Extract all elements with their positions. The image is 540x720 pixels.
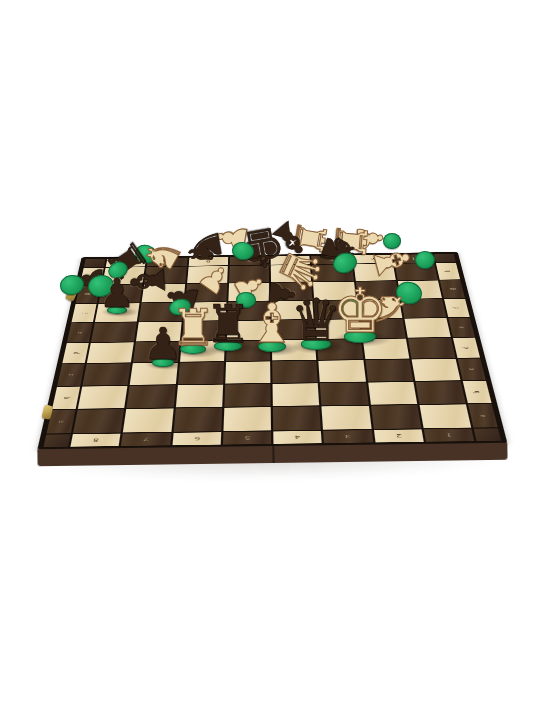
coordinate-label: 1 [424, 429, 475, 442]
board-square [227, 301, 269, 320]
board-square [177, 362, 223, 384]
board-square [82, 363, 131, 385]
border-cell: 2 [373, 429, 423, 442]
board-square [87, 342, 134, 363]
board-square [73, 409, 124, 433]
coordinate-label: 8 [106, 258, 147, 267]
board-square [273, 383, 320, 406]
board-square [322, 406, 371, 430]
board-square [226, 340, 270, 361]
coordinate-label: 6 [188, 257, 228, 266]
coordinate-label: a [468, 409, 498, 422]
board-corner [43, 434, 70, 447]
board-square [179, 341, 224, 362]
coordinate-label: 3 [323, 430, 372, 443]
board-square [370, 405, 421, 429]
coordinate-label: 5 [229, 256, 268, 265]
coordinate-label: h [436, 267, 460, 276]
board-square [136, 322, 181, 342]
board-square [271, 265, 312, 282]
board-square [313, 282, 355, 300]
board-square [271, 282, 313, 300]
board-square [229, 265, 269, 282]
chess-board-group: 87654321hhggffeeddccbbaa87654321 [0, 0, 540, 720]
board-square [183, 302, 226, 321]
coordinate-label: d [453, 342, 480, 353]
coordinate-label: 2 [352, 255, 392, 264]
board-square [228, 283, 269, 301]
board-square [271, 301, 313, 320]
coordinate-label: h [80, 272, 104, 281]
board-square [272, 361, 318, 383]
border-cell: 3 [311, 255, 351, 264]
border-cell: 7 [147, 258, 187, 267]
coordinate-label: 7 [147, 258, 187, 267]
board-square [365, 360, 413, 382]
board-square [144, 267, 186, 284]
coordinate-label: e [448, 322, 474, 332]
board-square [123, 408, 173, 432]
board-square [95, 303, 140, 322]
board-square [224, 384, 271, 407]
coordinate-label: c [458, 364, 486, 375]
border-cell: 6 [172, 432, 221, 445]
board-square [408, 338, 456, 359]
board-square [227, 320, 270, 340]
coordinate-label: f [71, 308, 96, 318]
border-cell: h [80, 268, 104, 285]
board-square [368, 382, 417, 405]
coordinate-label: c [57, 369, 84, 380]
board-square [91, 322, 137, 342]
coordinate-label: g [440, 284, 465, 293]
border-cell: d [453, 338, 480, 358]
coordinate-label: d [62, 348, 89, 359]
board-square [142, 284, 185, 302]
border-cell: 1 [424, 429, 475, 442]
border-cell: 3 [323, 430, 372, 443]
board-square [362, 339, 409, 360]
border-cell: e [67, 323, 93, 343]
board-corner [474, 428, 501, 441]
coordinate-label: 1 [393, 254, 434, 263]
coordinate-label: b [52, 392, 80, 404]
board-square [272, 320, 316, 340]
board-square [181, 321, 225, 341]
coordinate-label: 4 [273, 431, 322, 444]
border-cell: b [463, 381, 492, 403]
fold-seam-edge [272, 446, 274, 463]
coordinate-label: e [67, 327, 93, 337]
board-square [139, 302, 183, 321]
board-square [355, 281, 398, 299]
border-cell: 4 [271, 256, 311, 265]
coordinate-label: a [47, 415, 76, 428]
border-cell: g [76, 285, 100, 303]
board-square [175, 384, 222, 407]
board-corner [84, 259, 106, 268]
border-cell: d [62, 343, 89, 363]
board-square [312, 264, 353, 281]
board-square [415, 381, 465, 404]
board-square [404, 318, 451, 338]
coordinate-label: b [463, 386, 492, 398]
border-cell: e [448, 318, 474, 337]
board-square [130, 363, 177, 385]
coordinate-label: 5 [223, 431, 272, 444]
board-square [398, 281, 442, 299]
board-square [314, 300, 357, 319]
coordinate-label: 6 [172, 432, 221, 445]
board-square [127, 385, 176, 408]
board-square [78, 386, 128, 409]
border-cell: c [458, 359, 486, 380]
border-cell: 5 [229, 256, 268, 265]
board-square [358, 299, 402, 318]
border-cell: 8 [106, 258, 147, 267]
board-square [316, 319, 361, 339]
coordinate-label: 7 [121, 433, 171, 446]
board-square [102, 267, 145, 284]
board-square [99, 285, 143, 303]
border-cell: a [468, 404, 498, 428]
board-corner [434, 254, 456, 262]
board-square [411, 359, 460, 381]
coordinate-label: 4 [271, 256, 311, 265]
product-photo-scene: 87654321hhggffeeddccbbaa87654321 ♟♜♟♝♜♚♞… [0, 0, 540, 720]
border-cell: f [444, 299, 470, 318]
border-cell: f [71, 304, 96, 323]
board-square [419, 404, 471, 428]
board-square [187, 266, 228, 283]
board-square [173, 408, 222, 432]
coordinate-label: 3 [311, 255, 351, 264]
border-cell: 7 [121, 433, 171, 446]
border-cell: 8 [70, 434, 120, 447]
board-square [395, 263, 438, 280]
coordinate-label: g [76, 289, 100, 298]
border-cell: 1 [393, 254, 434, 263]
board-square [185, 284, 227, 302]
coordinate-label: f [444, 303, 470, 313]
border-cell: g [440, 280, 465, 298]
board-square [319, 360, 366, 382]
coordinate-label: 2 [373, 429, 423, 442]
border-cell: c [57, 364, 84, 386]
board-square [360, 319, 406, 339]
border-cell: 2 [352, 255, 392, 264]
board-square [401, 299, 446, 318]
board-square [225, 362, 270, 384]
board-square [273, 406, 321, 430]
board-square [272, 340, 317, 361]
border-cell: 6 [188, 257, 228, 266]
coordinate-label: 8 [70, 434, 120, 447]
board-square [133, 342, 179, 363]
board-square [320, 382, 368, 405]
board-face: 87654321hhggffeeddccbbaa87654321 [37, 252, 507, 450]
border-cell: 5 [223, 431, 272, 444]
border-cell: b [52, 386, 80, 409]
border-cell: h [436, 263, 460, 280]
board-square [353, 264, 395, 281]
board-square [223, 407, 271, 431]
border-cell: 4 [273, 431, 322, 444]
board-square [317, 339, 363, 360]
